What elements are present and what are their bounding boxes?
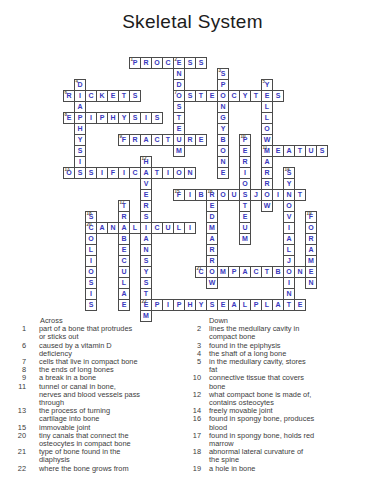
cell-letter: E [240,146,250,157]
cell-letter: S [273,91,283,102]
clue-number: 2 [184,325,201,341]
page-title: Skeletal System [0,11,385,33]
cell-letter: L [240,300,250,311]
cell-letter: T [284,300,294,311]
cell-letter: S [196,58,206,69]
grid-cell[interactable]: M [239,233,251,245]
cell-letter: O [86,234,96,245]
clue-item: 16found in spongy bone, produces blood [184,415,382,431]
grid-cell[interactable]: W [261,200,273,212]
cell-letter: U [119,267,129,278]
cell-letter: P [174,300,184,311]
cell-letter: I [163,168,173,179]
cell-letter: T [119,91,129,102]
clue-number: 6 [12,342,26,358]
cell-letter: C [229,91,239,102]
cell-letter: S [141,212,151,223]
cell-letter: S [130,91,140,102]
cell-letter: U [229,190,239,201]
clue-number: 5 [184,358,201,374]
cell-letter: R [262,168,272,179]
cell-letter: Y [240,91,250,102]
cell-letter: C [130,168,140,179]
cell-letter: O [262,190,272,201]
cell-letter: W [207,278,217,289]
clue-text: where the bone grows from [39,465,129,473]
clue-number: 18 [184,448,201,464]
cell-letter: P [97,113,107,124]
cell-letter: R [130,135,140,146]
cell-letter: K [97,91,107,102]
cell-clue-number: 8 [65,112,68,117]
cell-letter: R [207,245,217,256]
cell-letter: S [86,278,96,289]
cell-letter: T [295,146,305,157]
cell-letter: J [251,190,261,201]
cell-letter: Y [284,179,294,190]
down-clues-section: Down 2lines the medullary cavity in comp… [184,317,382,473]
cell-letter: E [273,146,283,157]
cell-clue-number: 3 [219,68,222,73]
cell-letter: L [174,223,184,234]
cell-clue-number: 16 [208,189,213,194]
clue-item: 22where the bone grows from [12,465,182,473]
cell-letter: M [174,146,184,157]
cell-clue-number: 9 [120,134,123,139]
clue-item: 1part of a bone that protrudes or sticks… [12,325,182,341]
cell-letter: A [273,300,283,311]
cell-letter: N [295,267,305,278]
cell-letter: T [196,91,206,102]
grid-cell[interactable]: E [118,299,130,311]
cell-letter: A [284,146,294,157]
cell-letter: O [152,58,162,69]
grid-cell[interactable]: S [316,145,328,157]
cell-letter: L [262,102,272,113]
cell-letter: C [163,58,173,69]
cell-letter: B [273,267,283,278]
clue-text: found in spongy bone, produces blood [209,415,314,431]
cell-letter: U [306,146,316,157]
cell-letter: A [141,135,151,146]
clue-number: 17 [184,432,201,448]
cell-letter: A [141,234,151,245]
cell-letter: C [152,135,162,146]
down-clue-list: 2lines the medullary cavity in compact b… [184,325,382,473]
clue-text: type of bone found in the diaphysis [39,448,120,464]
cell-letter: S [130,113,140,124]
cell-letter: Y [141,267,151,278]
cell-clue-number: 21 [197,266,202,271]
clue-number: 22 [12,465,26,473]
cell-letter: I [141,223,151,234]
cell-letter: I [86,289,96,300]
clue-item: 19a hole in bone [184,465,382,473]
cell-letter: E [218,168,228,179]
cell-letter: L [130,223,140,234]
cell-letter: O [218,190,228,201]
clue-item: 6caused by a vitamin D deficiency [12,342,182,358]
clue-item: 5in the medullary cavity, stores fat [184,358,382,374]
cell-clue-number: 2 [175,57,178,62]
cell-letter: P [251,300,261,311]
cell-clue-number: 20 [87,222,92,227]
cell-letter: U [240,223,250,234]
cell-letter: M [306,256,316,267]
cell-letter: T [141,289,151,300]
cell-letter: M [240,234,250,245]
cell-letter: N [141,245,151,256]
cell-letter: E [262,91,272,102]
clue-text: in the medullary cavity, stores fat [209,358,306,374]
across-clue-list: 1part of a bone that protrudes or sticks… [12,325,182,473]
cell-letter: N [185,168,195,179]
cell-letter: I [185,190,195,201]
clue-number: 11 [12,383,26,408]
across-clues-section: Across 1part of a bone that protrudes or… [12,317,182,473]
clue-number: 13 [12,407,26,423]
cell-letter: L [262,113,272,124]
cell-letter: A [240,267,250,278]
cell-letter: P [229,267,239,278]
cell-letter: S [75,146,85,157]
cell-letter: U [174,135,184,146]
crossword-grid: 1PROC2ESSN3S4DDP5Y6RICKETS7OSTEOCYTESASN… [63,57,330,324]
cell-letter: S [207,300,217,311]
clue-text: caused by a vitamin D deficiency [39,342,112,358]
cell-letter: T [163,135,173,146]
cell-letter: S [185,58,195,69]
cell-letter: P [152,300,162,311]
cell-clue-number: 11 [263,145,268,150]
cell-letter: R [240,157,250,168]
grid-cell[interactable]: W [206,277,218,289]
cell-letter: N [306,278,316,289]
cell-clue-number: 15 [175,189,180,194]
clue-item: 8the ends of long bones [12,366,182,374]
cell-letter: W [262,135,272,146]
cell-letter: L [119,278,129,289]
cell-letter: T [174,113,184,124]
cell-letter: R [207,256,217,267]
cell-letter: C [86,91,96,102]
clue-number: 12 [184,391,201,407]
cell-letter: O [306,223,316,234]
clue-number: 20 [12,432,26,448]
grid-cell[interactable]: S [85,299,97,311]
cell-letter: E [174,124,184,135]
grid-cell[interactable]: S [272,90,284,102]
cell-clue-number: 7 [175,90,178,95]
cell-letter: E [196,135,206,146]
grid-cell[interactable]: N [305,277,317,289]
grid-cell[interactable]: T [294,189,306,201]
cell-letter: W [262,201,272,212]
clue-text: found in spongy bone, holds red marrow [209,432,314,448]
cell-letter: B [196,190,206,201]
cell-letter: O [284,201,294,212]
cell-letter: A [97,223,107,234]
cell-letter: S [317,146,327,157]
cell-letter: N [284,190,294,201]
cell-clue-number: 22 [142,299,147,304]
clue-text: the process of turning cartilage into bo… [39,407,110,423]
cell-letter: R [262,179,272,190]
cell-clue-number: 19 [307,211,312,216]
clue-text: tiny canals that connect the osteocytes … [39,432,131,448]
cell-clue-number: 6 [65,90,68,95]
clue-number: 1 [12,325,26,341]
cell-letter: L [284,245,294,256]
cell-letter: H [108,113,118,124]
cell-letter: I [97,168,107,179]
cell-letter: E [207,201,217,212]
grid-cell[interactable]: S [129,90,141,102]
cell-letter: E [119,245,129,256]
clue-text: tunnel or canal in bone, nerves and bloo… [39,383,140,408]
cell-letter: O [284,267,294,278]
cell-letter: T [240,201,250,212]
cell-letter: I [240,168,250,179]
cell-letter: T [251,91,261,102]
cell-letter: O [174,168,184,179]
cell-letter: N [108,223,118,234]
cell-letter: E [108,91,118,102]
clue-text: abnormal lateral curvature of the spine [209,448,303,464]
cell-letter: N [218,157,228,168]
grid-cell[interactable]: S [195,57,207,69]
cell-letter: D [174,80,184,91]
cell-letter: B [119,234,129,245]
cell-letter: E [119,300,129,311]
cell-letter: S [141,256,151,267]
cell-clue-number: 12 [142,156,147,161]
clue-item: 18abnormal lateral curvature of the spin… [184,448,382,464]
cell-letter: A [262,157,272,168]
cell-letter: E [306,267,316,278]
cell-clue-number: 1 [131,57,134,62]
clue-item: 13the process of turning cartilage into … [12,407,182,423]
cell-letter: N [174,69,184,80]
cell-letter: I [75,157,85,168]
cell-letter: I [284,278,294,289]
cell-letter: I [86,256,96,267]
cell-letter: N [284,289,294,300]
cell-letter: S [141,278,151,289]
clue-text: part of a bone that protrudes or sticks … [39,325,132,341]
grid-cell[interactable]: E [217,167,229,179]
cell-letter: E [141,190,151,201]
cell-letter: R [185,135,195,146]
cell-letter: I [273,190,283,201]
clue-item: 2lines the medullary cavity in compact b… [184,325,382,341]
cell-letter: J [284,256,294,267]
clue-item: 21type of bone found in the diaphysis [12,448,182,464]
clue-text: what compact bone is made of, contains o… [209,391,311,407]
cell-letter: L [86,245,96,256]
cell-clue-number: 10 [241,134,246,139]
cell-letter: I [75,91,85,102]
grid-cell[interactable]: S [151,112,163,124]
grid-cell[interactable]: E [195,134,207,146]
cell-letter: C [119,256,129,267]
cell-letter: O [240,179,250,190]
cell-letter: S [86,300,96,311]
cell-letter: S [75,168,85,179]
grid-cell[interactable]: I [184,222,196,234]
cell-letter: I [163,300,173,311]
cell-letter: A [119,289,129,300]
cell-letter: O [207,267,217,278]
clue-text: lines the medullary cavity in compact bo… [209,325,299,341]
cell-letter: H [185,300,195,311]
cell-letter: A [284,234,294,245]
cell-letter: N [218,102,228,113]
cell-letter: E [218,300,228,311]
grid-cell[interactable]: M [173,145,185,157]
clue-number: 19 [184,465,201,473]
grid-cell[interactable]: E [294,299,306,311]
cell-letter: T [152,168,162,179]
cell-letter: A [229,300,239,311]
cell-letter: A [207,234,217,245]
cell-letter: Y [75,135,85,146]
cell-letter: F [108,168,118,179]
cell-letter: L [262,300,272,311]
cell-clue-number: 14 [285,167,290,172]
cell-clue-number: 17 [120,200,125,205]
clue-number: 21 [12,448,26,464]
cell-letter: A [141,168,151,179]
cell-letter: Y [196,300,206,311]
clue-item: 11tunnel or canal in bone, nerves and bl… [12,383,182,408]
cell-letter: O [86,267,96,278]
clue-item: 12what compact bone is made of, contains… [184,391,382,407]
cell-clue-number: 4 [76,79,79,84]
clue-text: connective tissue that covers bone [209,374,304,390]
cell-letter: U [163,223,173,234]
cell-letter: R [119,212,129,223]
clue-item: 20tiny canals that connect the osteocyte… [12,432,182,448]
cell-letter: P [218,80,228,91]
cell-clue-number: 5 [263,79,266,84]
cell-letter: S [185,91,195,102]
cell-letter: A [119,223,129,234]
cell-letter: T [295,190,305,201]
cell-letter: P [75,113,85,124]
clue-text: a hole in bone [209,465,255,473]
cell-letter: Y [218,124,228,135]
cell-letter: O [262,124,272,135]
cell-letter: I [86,113,96,124]
clue-number: 10 [184,374,201,390]
cell-letter: V [141,179,151,190]
cell-letter: R [141,58,151,69]
cell-letter: B [218,135,228,146]
cell-letter: S [240,190,250,201]
cell-letter: E [240,212,250,223]
cell-clue-number: 13 [65,167,70,172]
cell-letter: R [141,201,151,212]
cell-letter: I [284,223,294,234]
cell-letter: O [218,146,228,157]
clue-number: 16 [184,415,201,431]
cell-letter: R [306,234,316,245]
cell-letter: I [185,223,195,234]
cell-letter: O [218,91,228,102]
cell-letter: E [207,91,217,102]
cell-letter: A [75,102,85,113]
cell-letter: D [207,212,217,223]
cell-letter: S [86,168,96,179]
clue-item: 17found in spongy bone, holds red marrow [184,432,382,448]
cell-letter: M [218,267,228,278]
cell-letter: T [262,267,272,278]
clue-item: 10connective tissue that covers bone [184,374,382,390]
cell-letter: C [152,223,162,234]
cell-letter: S [152,113,162,124]
cell-letter: I [141,113,151,124]
cell-letter: Y [119,113,129,124]
cell-letter: C [251,267,261,278]
cell-letter: H [75,124,85,135]
cell-clue-number: 18 [87,211,92,216]
cell-letter: E [295,300,305,311]
grid-cell[interactable]: N [184,167,196,179]
cell-letter: I [119,168,129,179]
cell-letter: V [284,212,294,223]
cell-letter: A [306,245,316,256]
cell-letter: G [218,113,228,124]
cell-letter: S [174,102,184,113]
cell-letter: M [207,223,217,234]
